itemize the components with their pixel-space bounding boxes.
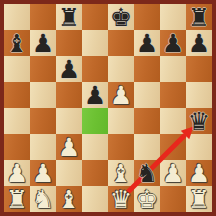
- square-e3[interactable]: [108, 134, 134, 160]
- square-d7[interactable]: [82, 30, 108, 56]
- piece-white-bishop[interactable]: ♝: [56, 186, 82, 212]
- square-f5[interactable]: [134, 82, 160, 108]
- square-b3[interactable]: [30, 134, 56, 160]
- piece-white-bishop[interactable]: ♝: [108, 160, 134, 186]
- square-c7[interactable]: [56, 30, 82, 56]
- square-b6[interactable]: [30, 56, 56, 82]
- square-c6[interactable]: ♟: [56, 56, 82, 82]
- square-f7[interactable]: ♟: [134, 30, 160, 56]
- piece-black-pawn[interactable]: ♟: [30, 30, 56, 56]
- square-d2[interactable]: [82, 160, 108, 186]
- board-frame: ♜♚♜♝♟♟♟♟♟♟♟♛♟♟♟♝♞♟♟♜♞♝♛♚♜: [0, 0, 216, 216]
- square-e6[interactable]: [108, 56, 134, 82]
- square-h8[interactable]: ♜: [186, 4, 212, 30]
- piece-black-pawn[interactable]: ♟: [186, 30, 212, 56]
- piece-black-pawn[interactable]: ♟: [160, 30, 186, 56]
- square-b5[interactable]: [30, 82, 56, 108]
- square-e1[interactable]: ♛: [108, 186, 134, 212]
- piece-black-bishop[interactable]: ♝: [4, 30, 30, 56]
- square-h7[interactable]: ♟: [186, 30, 212, 56]
- square-b1[interactable]: ♞: [30, 186, 56, 212]
- piece-black-king[interactable]: ♚: [108, 4, 134, 30]
- square-d4[interactable]: [82, 108, 108, 134]
- square-d8[interactable]: [82, 4, 108, 30]
- square-e4[interactable]: [108, 108, 134, 134]
- square-e8[interactable]: ♚: [108, 4, 134, 30]
- square-d6[interactable]: [82, 56, 108, 82]
- piece-white-knight[interactable]: ♞: [30, 186, 56, 212]
- piece-white-pawn[interactable]: ♟: [108, 82, 134, 108]
- square-a3[interactable]: [4, 134, 30, 160]
- square-a1[interactable]: ♜: [4, 186, 30, 212]
- square-h2[interactable]: ♟: [186, 160, 212, 186]
- square-h4[interactable]: ♛: [186, 108, 212, 134]
- square-h3[interactable]: [186, 134, 212, 160]
- piece-black-rook[interactable]: ♜: [186, 4, 212, 30]
- square-f2[interactable]: ♞: [134, 160, 160, 186]
- piece-white-rook[interactable]: ♜: [186, 186, 212, 212]
- square-g6[interactable]: [160, 56, 186, 82]
- square-g5[interactable]: [160, 82, 186, 108]
- square-c3[interactable]: ♟: [56, 134, 82, 160]
- square-a2[interactable]: ♟: [4, 160, 30, 186]
- square-a8[interactable]: [4, 4, 30, 30]
- square-a4[interactable]: [4, 108, 30, 134]
- square-d5[interactable]: ♟: [82, 82, 108, 108]
- piece-white-pawn[interactable]: ♟: [56, 134, 82, 160]
- square-f3[interactable]: [134, 134, 160, 160]
- square-b8[interactable]: [30, 4, 56, 30]
- piece-white-pawn[interactable]: ♟: [160, 160, 186, 186]
- square-e7[interactable]: [108, 30, 134, 56]
- piece-white-king[interactable]: ♚: [134, 186, 160, 212]
- piece-black-pawn[interactable]: ♟: [82, 82, 108, 108]
- square-a6[interactable]: [4, 56, 30, 82]
- square-b2[interactable]: ♟: [30, 160, 56, 186]
- square-d3[interactable]: [82, 134, 108, 160]
- square-a5[interactable]: [4, 82, 30, 108]
- square-c4[interactable]: [56, 108, 82, 134]
- square-g4[interactable]: [160, 108, 186, 134]
- piece-white-pawn[interactable]: ♟: [186, 160, 212, 186]
- square-c2[interactable]: [56, 160, 82, 186]
- piece-white-queen[interactable]: ♛: [108, 186, 134, 212]
- piece-white-pawn[interactable]: ♟: [4, 160, 30, 186]
- square-g7[interactable]: ♟: [160, 30, 186, 56]
- square-a7[interactable]: ♝: [4, 30, 30, 56]
- square-c5[interactable]: [56, 82, 82, 108]
- square-e2[interactable]: ♝: [108, 160, 134, 186]
- square-e5[interactable]: ♟: [108, 82, 134, 108]
- square-b7[interactable]: ♟: [30, 30, 56, 56]
- square-f6[interactable]: [134, 56, 160, 82]
- piece-black-rook[interactable]: ♜: [56, 4, 82, 30]
- square-f8[interactable]: [134, 4, 160, 30]
- square-f1[interactable]: ♚: [134, 186, 160, 212]
- chess-board: ♜♚♜♝♟♟♟♟♟♟♟♛♟♟♟♝♞♟♟♜♞♝♛♚♜: [4, 4, 212, 212]
- square-f4[interactable]: [134, 108, 160, 134]
- piece-white-rook[interactable]: ♜: [4, 186, 30, 212]
- square-g1[interactable]: [160, 186, 186, 212]
- square-h6[interactable]: [186, 56, 212, 82]
- square-g8[interactable]: [160, 4, 186, 30]
- square-g3[interactable]: [160, 134, 186, 160]
- piece-black-pawn[interactable]: ♟: [56, 56, 82, 82]
- piece-white-pawn[interactable]: ♟: [30, 160, 56, 186]
- piece-black-knight[interactable]: ♞: [134, 160, 160, 186]
- square-c1[interactable]: ♝: [56, 186, 82, 212]
- square-h5[interactable]: [186, 82, 212, 108]
- piece-black-queen[interactable]: ♛: [186, 108, 212, 134]
- square-d1[interactable]: [82, 186, 108, 212]
- square-b4[interactable]: [30, 108, 56, 134]
- piece-black-pawn[interactable]: ♟: [134, 30, 160, 56]
- square-c8[interactable]: ♜: [56, 4, 82, 30]
- square-h1[interactable]: ♜: [186, 186, 212, 212]
- square-g2[interactable]: ♟: [160, 160, 186, 186]
